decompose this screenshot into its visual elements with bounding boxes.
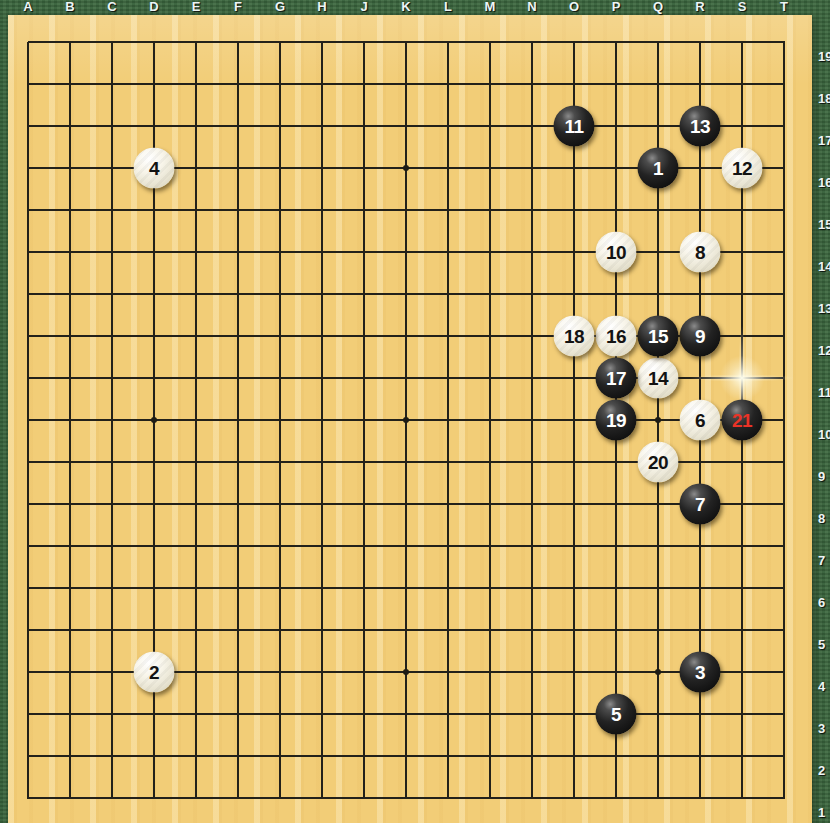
stone-black-q12-move-15[interactable]: 15 <box>638 316 679 357</box>
move-number: 1 <box>653 159 663 178</box>
grid-line-vertical <box>531 42 533 799</box>
row-label-9: 9 <box>818 470 830 484</box>
column-label-k: K <box>396 0 416 14</box>
column-label-r: R <box>690 0 710 14</box>
column-label-c: C <box>102 0 122 14</box>
row-label-8: 8 <box>818 512 830 526</box>
move-number: 12 <box>732 159 752 178</box>
row-label-18: 18 <box>818 92 830 106</box>
grid-line-vertical <box>573 42 575 799</box>
stone-black-q16-move-1[interactable]: 1 <box>638 148 679 189</box>
column-label-p: P <box>606 0 626 14</box>
grid-line-horizontal <box>28 713 785 715</box>
move-number: 20 <box>648 453 668 472</box>
star-point-k10 <box>403 417 409 423</box>
row-label-2: 2 <box>818 764 830 778</box>
row-label-13: 13 <box>818 302 830 316</box>
move-number: 5 <box>611 705 621 724</box>
stone-black-p3-move-5[interactable]: 5 <box>596 694 637 735</box>
move-number: 2 <box>149 663 159 682</box>
stone-white-d16-move-4[interactable]: 4 <box>134 148 175 189</box>
column-label-o: O <box>564 0 584 14</box>
go-board-grid[interactable]: 123456789101112131415161718192021 <box>28 42 785 799</box>
column-label-a: A <box>18 0 38 14</box>
stone-black-r12-move-9[interactable]: 9 <box>680 316 721 357</box>
move-number: 3 <box>695 663 705 682</box>
stone-black-r17-move-13[interactable]: 13 <box>680 106 721 147</box>
row-label-3: 3 <box>818 722 830 736</box>
grid-line-horizontal <box>28 545 785 547</box>
grid-line-horizontal <box>28 587 785 589</box>
row-label-6: 6 <box>818 596 830 610</box>
star-point-k4 <box>403 669 409 675</box>
stone-white-o12-move-18[interactable]: 18 <box>554 316 595 357</box>
column-label-m: M <box>480 0 500 14</box>
stone-black-r8-move-7[interactable]: 7 <box>680 484 721 525</box>
row-label-17: 17 <box>818 134 830 148</box>
stone-white-p14-move-10[interactable]: 10 <box>596 232 637 273</box>
grid-line-horizontal <box>28 755 785 757</box>
grid-line-horizontal <box>28 629 785 631</box>
column-label-f: F <box>228 0 248 14</box>
column-label-n: N <box>522 0 542 14</box>
column-label-g: G <box>270 0 290 14</box>
stone-black-p11-move-17[interactable]: 17 <box>596 358 637 399</box>
row-label-1: 1 <box>818 806 830 820</box>
stone-black-p10-move-19[interactable]: 19 <box>596 400 637 441</box>
star-point-d10 <box>151 417 157 423</box>
column-label-q: Q <box>648 0 668 14</box>
column-label-h: H <box>312 0 332 14</box>
move-number: 9 <box>695 327 705 346</box>
go-diagram-screenshot: { "game": "go", "board": { "size": 19, "… <box>0 0 830 823</box>
move-number: 4 <box>149 159 159 178</box>
row-label-12: 12 <box>818 344 830 358</box>
column-label-d: D <box>144 0 164 14</box>
move-number: 10 <box>606 243 626 262</box>
move-number: 8 <box>695 243 705 262</box>
row-label-7: 7 <box>818 554 830 568</box>
column-label-l: L <box>438 0 458 14</box>
stone-white-p12-move-16[interactable]: 16 <box>596 316 637 357</box>
move-number: 13 <box>690 117 710 136</box>
star-point-q10 <box>655 417 661 423</box>
row-label-4: 4 <box>818 680 830 694</box>
column-label-s: S <box>732 0 752 14</box>
grid-line-horizontal <box>28 503 785 505</box>
column-label-t: T <box>774 0 794 14</box>
row-label-14: 14 <box>818 260 830 274</box>
row-label-10: 10 <box>818 428 830 442</box>
stone-white-q11-move-14[interactable]: 14 <box>638 358 679 399</box>
move-number: 16 <box>606 327 626 346</box>
column-label-e: E <box>186 0 206 14</box>
grid-line-vertical <box>489 42 491 799</box>
move-number: 7 <box>695 495 705 514</box>
move-number: 14 <box>648 369 668 388</box>
move-number: 18 <box>564 327 584 346</box>
stone-black-s10-move-21[interactable]: 21 <box>722 400 763 441</box>
row-label-5: 5 <box>818 638 830 652</box>
column-label-b: B <box>60 0 80 14</box>
stone-black-r4-move-3[interactable]: 3 <box>680 652 721 693</box>
grid-line-horizontal <box>28 797 785 799</box>
move-number: 15 <box>648 327 668 346</box>
row-label-16: 16 <box>818 176 830 190</box>
move-number: 17 <box>606 369 626 388</box>
row-label-11: 11 <box>818 386 830 400</box>
stone-black-o17-move-11[interactable]: 11 <box>554 106 595 147</box>
grid-line-vertical <box>783 42 785 799</box>
stone-white-s16-move-12[interactable]: 12 <box>722 148 763 189</box>
move-number: 21 <box>732 411 752 430</box>
move-number: 19 <box>606 411 626 430</box>
stone-white-q9-move-20[interactable]: 20 <box>638 442 679 483</box>
star-point-q4 <box>655 669 661 675</box>
star-point-k16 <box>403 165 409 171</box>
grid-line-vertical <box>447 42 449 799</box>
go-board[interactable]: 123456789101112131415161718192021 <box>8 15 812 823</box>
move-number: 6 <box>695 411 705 430</box>
stone-white-r14-move-8[interactable]: 8 <box>680 232 721 273</box>
row-label-15: 15 <box>818 218 830 232</box>
move-number: 11 <box>564 117 583 136</box>
stone-white-r10-move-6[interactable]: 6 <box>680 400 721 441</box>
stone-white-d4-move-2[interactable]: 2 <box>134 652 175 693</box>
row-label-19: 19 <box>818 50 830 64</box>
column-label-j: J <box>354 0 374 14</box>
